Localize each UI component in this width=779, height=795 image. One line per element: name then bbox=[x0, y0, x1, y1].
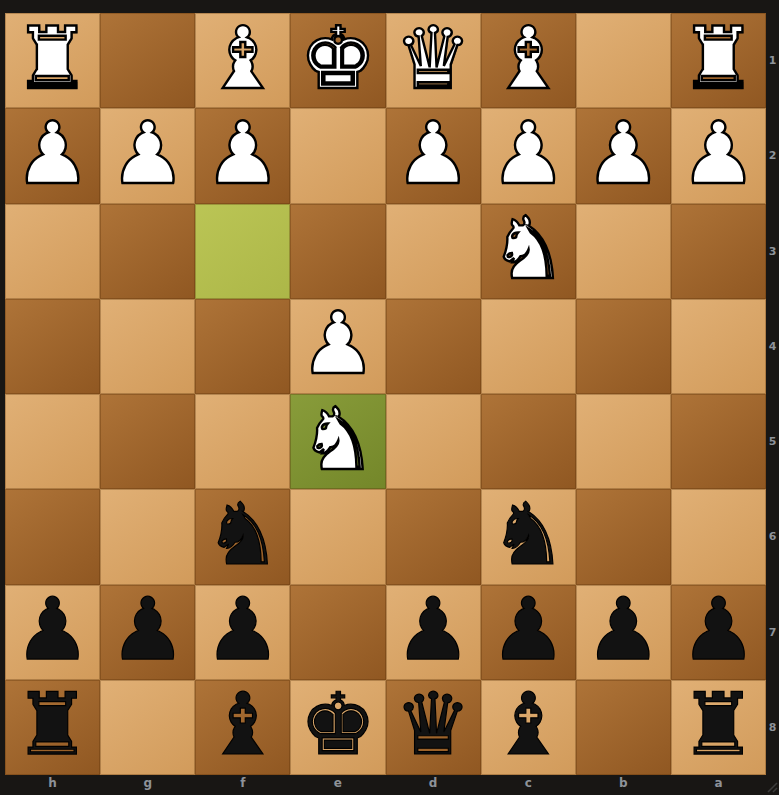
rank-label-3: 3 bbox=[766, 204, 779, 299]
board-background: ♜♝♚♛♝♜♟♟♟♟♟♟♟♞♟♞♞♞♟♟♟♟♟♟♟♜♝♚♛♝♜ 12345678… bbox=[0, 0, 779, 795]
square-c6[interactable]: ♞ bbox=[481, 489, 576, 584]
square-f8[interactable]: ♝ bbox=[195, 680, 290, 775]
piece-white-bishop[interactable]: ♝ bbox=[204, 15, 281, 101]
piece-white-knight[interactable]: ♞ bbox=[299, 396, 376, 482]
square-f4[interactable] bbox=[195, 299, 290, 394]
piece-black-king[interactable]: ♚ bbox=[299, 681, 376, 767]
square-f5[interactable] bbox=[195, 394, 290, 489]
file-label-h: h bbox=[5, 775, 100, 795]
piece-black-bishop[interactable]: ♝ bbox=[490, 681, 567, 767]
square-h4[interactable] bbox=[5, 299, 100, 394]
square-g5[interactable] bbox=[100, 394, 195, 489]
piece-black-knight[interactable]: ♞ bbox=[204, 491, 281, 577]
square-f1[interactable]: ♝ bbox=[195, 13, 290, 108]
square-e6[interactable] bbox=[290, 489, 385, 584]
square-e2[interactable] bbox=[290, 108, 385, 203]
rank-coordinates: 12345678 bbox=[766, 13, 779, 775]
piece-black-pawn[interactable]: ♟ bbox=[585, 586, 662, 672]
file-label-b: b bbox=[576, 775, 671, 795]
square-c3[interactable]: ♞ bbox=[481, 204, 576, 299]
chess-board: ♜♝♚♛♝♜♟♟♟♟♟♟♟♞♟♞♞♞♟♟♟♟♟♟♟♜♝♚♛♝♜ bbox=[5, 13, 766, 775]
square-e4[interactable]: ♟ bbox=[290, 299, 385, 394]
rank-label-1: 1 bbox=[766, 13, 779, 108]
square-d7[interactable]: ♟ bbox=[386, 585, 481, 680]
square-d5[interactable] bbox=[386, 394, 481, 489]
square-b3[interactable] bbox=[576, 204, 671, 299]
square-h3[interactable] bbox=[5, 204, 100, 299]
piece-white-pawn[interactable]: ♟ bbox=[299, 300, 376, 386]
square-h7[interactable]: ♟ bbox=[5, 585, 100, 680]
square-b5[interactable] bbox=[576, 394, 671, 489]
square-d4[interactable] bbox=[386, 299, 481, 394]
file-label-d: d bbox=[386, 775, 481, 795]
file-label-c: c bbox=[481, 775, 576, 795]
square-f3[interactable] bbox=[195, 204, 290, 299]
piece-white-bishop[interactable]: ♝ bbox=[490, 15, 567, 101]
square-c1[interactable]: ♝ bbox=[481, 13, 576, 108]
rank-label-4: 4 bbox=[766, 299, 779, 394]
file-coordinates: hgfedcba bbox=[5, 775, 766, 795]
square-a6[interactable] bbox=[671, 489, 766, 584]
square-c5[interactable] bbox=[481, 394, 576, 489]
piece-black-queen[interactable]: ♛ bbox=[395, 681, 472, 767]
rank-label-7: 7 bbox=[766, 585, 779, 680]
square-b2[interactable]: ♟ bbox=[576, 108, 671, 203]
piece-white-pawn[interactable]: ♟ bbox=[395, 110, 472, 196]
square-b8[interactable] bbox=[576, 680, 671, 775]
piece-black-pawn[interactable]: ♟ bbox=[109, 586, 186, 672]
piece-white-rook[interactable]: ♜ bbox=[14, 15, 91, 101]
square-b7[interactable]: ♟ bbox=[576, 585, 671, 680]
piece-white-pawn[interactable]: ♟ bbox=[204, 110, 281, 196]
piece-black-pawn[interactable]: ♟ bbox=[490, 586, 567, 672]
square-e1[interactable]: ♚ bbox=[290, 13, 385, 108]
piece-white-rook[interactable]: ♜ bbox=[680, 15, 757, 101]
square-a3[interactable] bbox=[671, 204, 766, 299]
square-a1[interactable]: ♜ bbox=[671, 13, 766, 108]
piece-white-pawn[interactable]: ♟ bbox=[490, 110, 567, 196]
square-f6[interactable]: ♞ bbox=[195, 489, 290, 584]
square-f7[interactable]: ♟ bbox=[195, 585, 290, 680]
square-a2[interactable]: ♟ bbox=[671, 108, 766, 203]
piece-white-knight[interactable]: ♞ bbox=[490, 205, 567, 291]
piece-white-queen[interactable]: ♛ bbox=[395, 15, 472, 101]
piece-black-rook[interactable]: ♜ bbox=[680, 681, 757, 767]
square-e3[interactable] bbox=[290, 204, 385, 299]
square-h5[interactable] bbox=[5, 394, 100, 489]
square-e8[interactable]: ♚ bbox=[290, 680, 385, 775]
piece-black-rook[interactable]: ♜ bbox=[14, 681, 91, 767]
square-d2[interactable]: ♟ bbox=[386, 108, 481, 203]
piece-white-pawn[interactable]: ♟ bbox=[585, 110, 662, 196]
square-b6[interactable] bbox=[576, 489, 671, 584]
rank-label-5: 5 bbox=[766, 394, 779, 489]
square-c7[interactable]: ♟ bbox=[481, 585, 576, 680]
square-a7[interactable]: ♟ bbox=[671, 585, 766, 680]
square-g6[interactable] bbox=[100, 489, 195, 584]
square-d6[interactable] bbox=[386, 489, 481, 584]
square-c2[interactable]: ♟ bbox=[481, 108, 576, 203]
square-g1[interactable] bbox=[100, 13, 195, 108]
rank-label-2: 2 bbox=[766, 108, 779, 203]
piece-white-pawn[interactable]: ♟ bbox=[109, 110, 186, 196]
square-a5[interactable] bbox=[671, 394, 766, 489]
file-label-f: f bbox=[195, 775, 290, 795]
piece-black-pawn[interactable]: ♟ bbox=[395, 586, 472, 672]
square-e5[interactable]: ♞ bbox=[290, 394, 385, 489]
piece-white-pawn[interactable]: ♟ bbox=[680, 110, 757, 196]
square-h1[interactable]: ♜ bbox=[5, 13, 100, 108]
piece-white-king[interactable]: ♚ bbox=[299, 15, 376, 101]
square-g8[interactable] bbox=[100, 680, 195, 775]
square-g2[interactable]: ♟ bbox=[100, 108, 195, 203]
piece-black-pawn[interactable]: ♟ bbox=[204, 586, 281, 672]
square-c4[interactable] bbox=[481, 299, 576, 394]
square-f2[interactable]: ♟ bbox=[195, 108, 290, 203]
square-e7[interactable] bbox=[290, 585, 385, 680]
rank-label-6: 6 bbox=[766, 489, 779, 584]
square-b4[interactable] bbox=[576, 299, 671, 394]
square-d1[interactable]: ♛ bbox=[386, 13, 481, 108]
piece-black-knight[interactable]: ♞ bbox=[490, 491, 567, 577]
square-a4[interactable] bbox=[671, 299, 766, 394]
square-d8[interactable]: ♛ bbox=[386, 680, 481, 775]
square-c8[interactable]: ♝ bbox=[481, 680, 576, 775]
rank-label-8: 8 bbox=[766, 680, 779, 775]
piece-white-pawn[interactable]: ♟ bbox=[14, 110, 91, 196]
square-a8[interactable]: ♜ bbox=[671, 680, 766, 775]
resize-handle-icon[interactable] bbox=[765, 780, 778, 793]
piece-black-pawn[interactable]: ♟ bbox=[680, 586, 757, 672]
square-b1[interactable] bbox=[576, 13, 671, 108]
file-label-g: g bbox=[100, 775, 195, 795]
file-label-e: e bbox=[290, 775, 385, 795]
square-g4[interactable] bbox=[100, 299, 195, 394]
file-label-a: a bbox=[671, 775, 766, 795]
square-h6[interactable] bbox=[5, 489, 100, 584]
square-g7[interactable]: ♟ bbox=[100, 585, 195, 680]
square-d3[interactable] bbox=[386, 204, 481, 299]
square-h2[interactable]: ♟ bbox=[5, 108, 100, 203]
square-h8[interactable]: ♜ bbox=[5, 680, 100, 775]
piece-black-bishop[interactable]: ♝ bbox=[204, 681, 281, 767]
piece-black-pawn[interactable]: ♟ bbox=[14, 586, 91, 672]
square-g3[interactable] bbox=[100, 204, 195, 299]
